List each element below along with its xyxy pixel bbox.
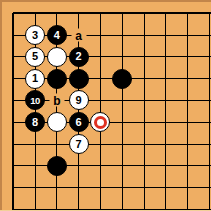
board-cell: 3 xyxy=(24,24,46,46)
board-cell: a xyxy=(68,24,90,46)
board-cell xyxy=(155,24,177,46)
board-cell xyxy=(177,68,199,90)
board-cell xyxy=(46,177,68,199)
board-cell xyxy=(90,111,112,133)
board-cell xyxy=(199,24,211,46)
board-cell xyxy=(155,133,177,155)
board-cell xyxy=(111,2,133,24)
board-cell xyxy=(24,133,46,155)
board-cell xyxy=(133,2,155,24)
board-cell: 5 xyxy=(24,46,46,68)
board-cell xyxy=(199,133,211,155)
board-cell xyxy=(177,90,199,112)
black-stone xyxy=(112,69,132,89)
board-cell xyxy=(46,68,68,90)
white-stone xyxy=(47,47,67,67)
point-label-a: a xyxy=(71,29,86,42)
board-cell xyxy=(46,46,68,68)
board-cell xyxy=(155,155,177,177)
white-stone-7: 7 xyxy=(69,134,89,154)
black-stone xyxy=(47,69,67,89)
board-cell xyxy=(133,90,155,112)
frame-edge-left xyxy=(0,0,2,211)
board-cell xyxy=(177,2,199,24)
white-stone-5: 5 xyxy=(25,47,45,67)
board-cell xyxy=(2,155,24,177)
board-cell xyxy=(46,111,68,133)
board-cell xyxy=(111,177,133,199)
white-stone xyxy=(47,112,67,132)
board-cell: 10 xyxy=(24,90,46,112)
board-cell xyxy=(111,155,133,177)
board-cell xyxy=(133,111,155,133)
board-cell xyxy=(2,177,24,199)
board-cell xyxy=(155,2,177,24)
black-stone xyxy=(69,69,89,89)
board-cell xyxy=(2,133,24,155)
board-cell xyxy=(111,46,133,68)
board-cell xyxy=(111,24,133,46)
board-cell: 1 xyxy=(24,68,46,90)
board-cell xyxy=(90,2,112,24)
board-cell xyxy=(68,68,90,90)
black-stone-8: 8 xyxy=(25,112,45,132)
board-cell xyxy=(2,46,24,68)
circle-marker-icon xyxy=(94,116,107,129)
board-cell xyxy=(90,46,112,68)
black-stone-4: 4 xyxy=(47,25,67,45)
point-label-b: b xyxy=(49,94,64,107)
board-cell xyxy=(177,155,199,177)
board-cell: 9 xyxy=(68,90,90,112)
board-cell xyxy=(199,46,211,68)
board-cell xyxy=(24,155,46,177)
go-board: 34a52110b9867 xyxy=(2,2,211,211)
board-cell xyxy=(199,111,211,133)
board-cell xyxy=(177,133,199,155)
go-diagram: 34a52110b9867 xyxy=(0,0,211,211)
board-cell xyxy=(177,46,199,68)
board-cell xyxy=(2,24,24,46)
frame-edge-bottom xyxy=(0,210,211,211)
board-cell xyxy=(199,2,211,24)
white-stone-1: 1 xyxy=(25,69,45,89)
board-cell xyxy=(90,177,112,199)
board-cell xyxy=(133,133,155,155)
board-cell xyxy=(90,68,112,90)
board-cell xyxy=(177,111,199,133)
board-cell xyxy=(133,177,155,199)
board-cell xyxy=(133,68,155,90)
board-cell xyxy=(177,24,199,46)
board-cell xyxy=(177,177,199,199)
board-cell xyxy=(199,90,211,112)
board-cell xyxy=(90,90,112,112)
board-cell: 2 xyxy=(68,46,90,68)
board-cell xyxy=(111,90,133,112)
white-stone-marked xyxy=(90,112,110,132)
board-cell xyxy=(24,2,46,24)
board-cell xyxy=(90,155,112,177)
board-cell xyxy=(68,155,90,177)
board-cell xyxy=(133,155,155,177)
board-cell xyxy=(155,177,177,199)
board-cell xyxy=(2,2,24,24)
board-cell xyxy=(199,177,211,199)
board-cell xyxy=(133,46,155,68)
board-cell xyxy=(46,2,68,24)
black-stone-2: 2 xyxy=(69,47,89,67)
board-cell: 6 xyxy=(68,111,90,133)
board-cell xyxy=(90,133,112,155)
black-stone-10: 10 xyxy=(25,90,45,110)
frame-edge-top xyxy=(0,0,211,2)
board-cell xyxy=(199,155,211,177)
board-cell xyxy=(2,90,24,112)
white-stone-3: 3 xyxy=(25,25,45,45)
board-cell xyxy=(155,46,177,68)
board-cell xyxy=(46,133,68,155)
board-cell xyxy=(133,24,155,46)
board-cell xyxy=(199,68,211,90)
board-cell xyxy=(155,68,177,90)
board-cell xyxy=(2,111,24,133)
board-cell xyxy=(68,2,90,24)
board-cell xyxy=(24,177,46,199)
board-cell xyxy=(111,133,133,155)
board-cell xyxy=(155,90,177,112)
board-cell xyxy=(68,177,90,199)
board-cell: b xyxy=(46,90,68,112)
board-cell xyxy=(2,68,24,90)
board-cell xyxy=(46,155,68,177)
board-cell: 4 xyxy=(46,24,68,46)
board-cell: 7 xyxy=(68,133,90,155)
white-stone-9: 9 xyxy=(69,90,89,110)
board-cell xyxy=(155,111,177,133)
board-cell: 8 xyxy=(24,111,46,133)
board-cell xyxy=(111,111,133,133)
black-stone xyxy=(47,156,67,176)
board-cell xyxy=(90,24,112,46)
board-cell xyxy=(111,68,133,90)
black-stone-6: 6 xyxy=(69,112,89,132)
